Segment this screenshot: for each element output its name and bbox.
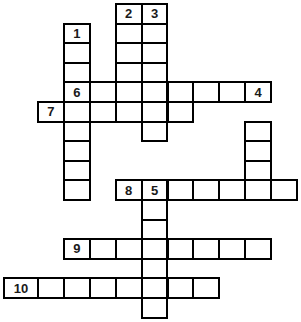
cell-r14c4[interactable]: [115, 277, 143, 299]
cell-r5c4[interactable]: [115, 101, 143, 123]
cell-r7c9[interactable]: [244, 140, 272, 162]
cell-r13c5[interactable]: [141, 258, 169, 280]
cell-r10c5[interactable]: [141, 199, 169, 221]
cell-r4c4[interactable]: [115, 81, 143, 103]
clue-number: 7: [47, 105, 54, 118]
cell-r12c6[interactable]: [167, 238, 195, 260]
cell-r5c1[interactable]: 7: [37, 101, 65, 123]
cell-r14c0[interactable]: 10: [3, 277, 39, 299]
cell-r14c6[interactable]: [167, 277, 195, 299]
clue-number: 6: [73, 86, 80, 99]
crossword-page: 23164785910: [0, 0, 301, 322]
cell-r9c8[interactable]: [218, 179, 246, 201]
cell-r12c9[interactable]: [244, 238, 272, 260]
cell-r7c2[interactable]: [63, 140, 91, 162]
cell-r1c4[interactable]: [115, 23, 143, 45]
cell-r12c8[interactable]: [218, 238, 246, 260]
cell-r12c7[interactable]: [192, 238, 220, 260]
cell-r3c2[interactable]: [63, 62, 91, 84]
clue-number: 2: [125, 7, 132, 20]
cell-r5c6[interactable]: [167, 101, 195, 123]
cell-r1c2[interactable]: 1: [63, 23, 91, 45]
cell-r15c5[interactable]: [141, 297, 169, 319]
clue-number: 8: [125, 184, 132, 197]
clue-number: 1: [73, 27, 80, 40]
cell-r1c5[interactable]: [141, 23, 169, 45]
cell-r9c4[interactable]: 8: [115, 179, 143, 201]
cell-r4c5[interactable]: [141, 81, 169, 103]
cell-r14c3[interactable]: [89, 277, 117, 299]
cell-r9c5[interactable]: 5: [141, 179, 169, 201]
cell-r14c7[interactable]: [192, 277, 220, 299]
cell-r4c8[interactable]: [218, 81, 246, 103]
cell-r8c2[interactable]: [63, 160, 91, 182]
cell-r4c3[interactable]: [89, 81, 117, 103]
cell-r2c4[interactable]: [115, 42, 143, 64]
crossword-board: 23164785910: [0, 0, 301, 322]
cell-r4c2[interactable]: 6: [63, 81, 91, 103]
cell-r6c5[interactable]: [141, 121, 169, 143]
cell-r4c7[interactable]: [192, 81, 220, 103]
cell-r0c4[interactable]: 2: [115, 3, 143, 25]
cell-r9c2[interactable]: [63, 179, 91, 201]
cell-r0c5[interactable]: 3: [141, 3, 169, 25]
cell-r2c2[interactable]: [63, 42, 91, 64]
clue-number: 5: [151, 184, 158, 197]
cell-r3c5[interactable]: [141, 62, 169, 84]
cell-r9c7[interactable]: [192, 179, 220, 201]
cell-r6c9[interactable]: [244, 121, 272, 143]
cell-r6c2[interactable]: [63, 121, 91, 143]
cell-r4c9[interactable]: 4: [244, 81, 272, 103]
cell-r5c5[interactable]: [141, 101, 169, 123]
cell-r11c5[interactable]: [141, 219, 169, 241]
cell-r12c4[interactable]: [115, 238, 143, 260]
cell-r14c2[interactable]: [63, 277, 91, 299]
cell-r9c10[interactable]: [270, 179, 298, 201]
cell-r12c5[interactable]: [141, 238, 169, 260]
cell-r12c2[interactable]: 9: [63, 238, 91, 260]
cell-r5c3[interactable]: [89, 101, 117, 123]
cell-r8c9[interactable]: [244, 160, 272, 182]
cell-r14c1[interactable]: [37, 277, 65, 299]
clue-number: 9: [73, 242, 80, 255]
cell-r14c5[interactable]: [141, 277, 169, 299]
clue-number: 3: [151, 7, 158, 20]
cell-r3c4[interactable]: [115, 62, 143, 84]
cell-r4c6[interactable]: [167, 81, 195, 103]
clue-number: 4: [255, 86, 262, 99]
cell-r9c9[interactable]: [244, 179, 272, 201]
clue-number: 10: [14, 282, 28, 295]
cell-r2c5[interactable]: [141, 42, 169, 64]
cell-r9c6[interactable]: [167, 179, 195, 201]
cell-r5c2[interactable]: [63, 101, 91, 123]
cell-r12c3[interactable]: [89, 238, 117, 260]
